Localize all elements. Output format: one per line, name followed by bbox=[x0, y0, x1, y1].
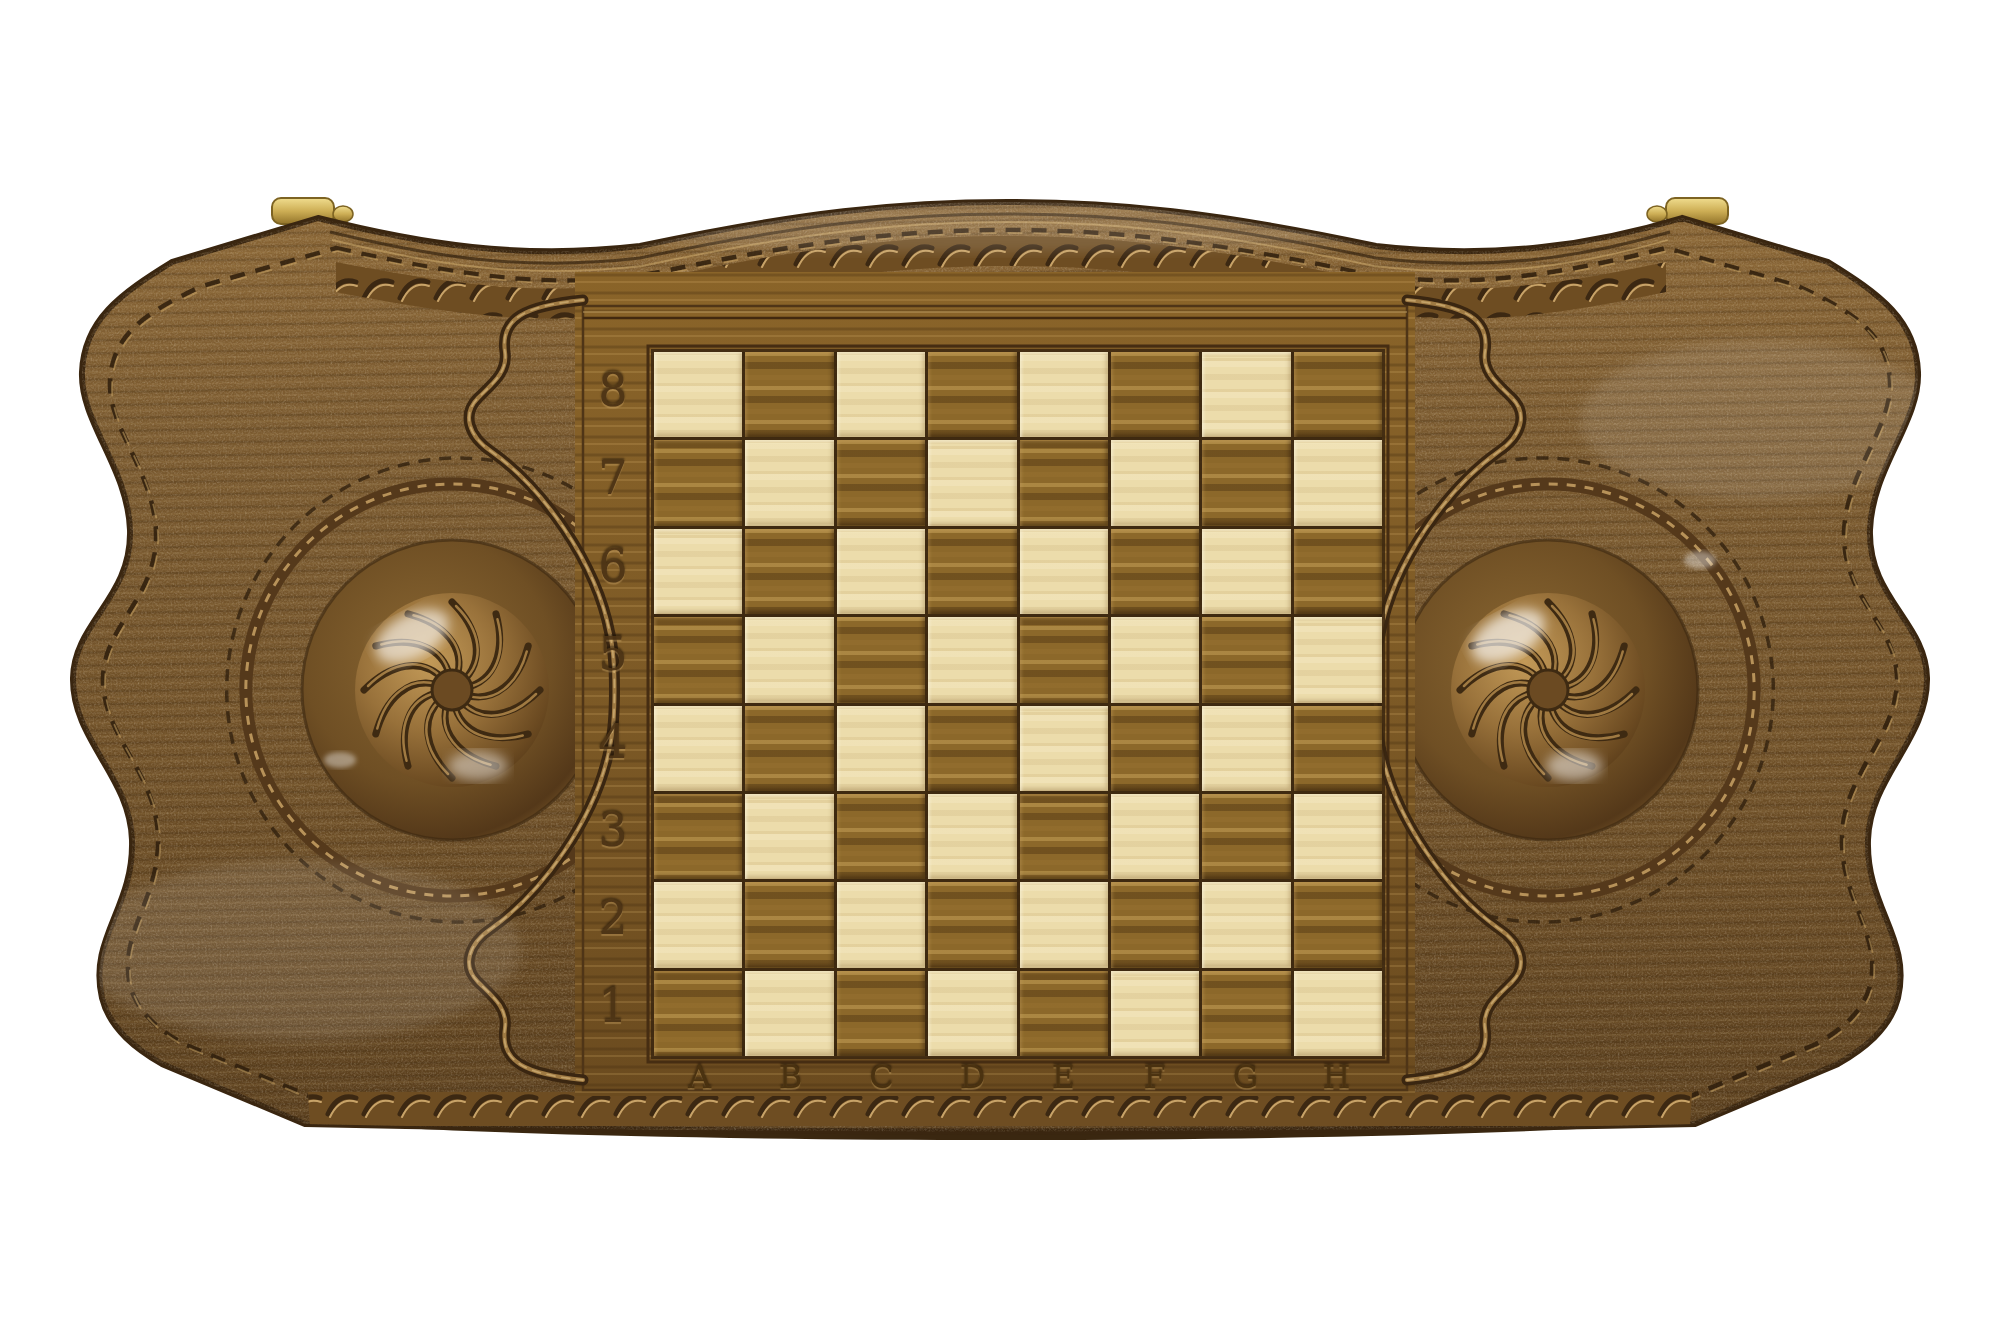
square-d4[interactable] bbox=[928, 706, 1016, 791]
square-e3[interactable] bbox=[1020, 794, 1108, 879]
square-c6[interactable] bbox=[837, 529, 925, 614]
file-label-a: A bbox=[654, 1056, 745, 1098]
square-b1[interactable] bbox=[745, 971, 833, 1056]
square-h1[interactable] bbox=[1294, 971, 1382, 1056]
square-d7[interactable] bbox=[928, 440, 1016, 525]
square-b3[interactable] bbox=[745, 794, 833, 879]
file-label-e: E bbox=[1018, 1056, 1109, 1098]
square-e5[interactable] bbox=[1020, 617, 1108, 702]
square-e1[interactable] bbox=[1020, 971, 1108, 1056]
square-d5[interactable] bbox=[928, 617, 1016, 702]
rank-label-4: 4 bbox=[575, 698, 651, 786]
square-b4[interactable] bbox=[745, 706, 833, 791]
square-a5[interactable] bbox=[654, 617, 742, 702]
square-g3[interactable] bbox=[1202, 794, 1290, 879]
square-b2[interactable] bbox=[745, 882, 833, 967]
square-a2[interactable] bbox=[654, 882, 742, 967]
square-a1[interactable] bbox=[654, 971, 742, 1056]
square-f6[interactable] bbox=[1111, 529, 1199, 614]
square-e7[interactable] bbox=[1020, 440, 1108, 525]
product-photo-stage: 87654321 ABCDEFGH bbox=[0, 0, 2000, 1333]
square-d2[interactable] bbox=[928, 882, 1016, 967]
square-g2[interactable] bbox=[1202, 882, 1290, 967]
square-h4[interactable] bbox=[1294, 706, 1382, 791]
rank-label-3: 3 bbox=[575, 786, 651, 874]
rank-labels-column: 87654321 bbox=[575, 352, 651, 1056]
square-g7[interactable] bbox=[1202, 440, 1290, 525]
square-e4[interactable] bbox=[1020, 706, 1108, 791]
rank-label-7: 7 bbox=[575, 434, 651, 522]
square-f2[interactable] bbox=[1111, 882, 1199, 967]
square-b7[interactable] bbox=[745, 440, 833, 525]
square-f1[interactable] bbox=[1111, 971, 1199, 1056]
square-d1[interactable] bbox=[928, 971, 1016, 1056]
square-e6[interactable] bbox=[1020, 529, 1108, 614]
square-a4[interactable] bbox=[654, 706, 742, 791]
square-c1[interactable] bbox=[837, 971, 925, 1056]
square-h6[interactable] bbox=[1294, 529, 1382, 614]
square-f7[interactable] bbox=[1111, 440, 1199, 525]
square-a3[interactable] bbox=[654, 794, 742, 879]
square-d6[interactable] bbox=[928, 529, 1016, 614]
rank-label-1: 1 bbox=[575, 962, 651, 1050]
file-label-f: F bbox=[1109, 1056, 1200, 1098]
file-label-h: H bbox=[1291, 1056, 1382, 1098]
square-f8[interactable] bbox=[1111, 352, 1199, 437]
square-c7[interactable] bbox=[837, 440, 925, 525]
square-f4[interactable] bbox=[1111, 706, 1199, 791]
square-f3[interactable] bbox=[1111, 794, 1199, 879]
square-e8[interactable] bbox=[1020, 352, 1108, 437]
square-f5[interactable] bbox=[1111, 617, 1199, 702]
square-g8[interactable] bbox=[1202, 352, 1290, 437]
file-label-b: B bbox=[745, 1056, 836, 1098]
square-b8[interactable] bbox=[745, 352, 833, 437]
square-a6[interactable] bbox=[654, 529, 742, 614]
square-a7[interactable] bbox=[654, 440, 742, 525]
rank-label-8: 8 bbox=[575, 346, 651, 434]
square-h2[interactable] bbox=[1294, 882, 1382, 967]
square-e2[interactable] bbox=[1020, 882, 1108, 967]
square-a8[interactable] bbox=[654, 352, 742, 437]
square-b6[interactable] bbox=[745, 529, 833, 614]
file-labels-row: ABCDEFGH bbox=[654, 1056, 1382, 1098]
square-c5[interactable] bbox=[837, 617, 925, 702]
square-h8[interactable] bbox=[1294, 352, 1382, 437]
square-c3[interactable] bbox=[837, 794, 925, 879]
square-g4[interactable] bbox=[1202, 706, 1290, 791]
square-g1[interactable] bbox=[1202, 971, 1290, 1056]
square-c2[interactable] bbox=[837, 882, 925, 967]
rank-label-6: 6 bbox=[575, 522, 651, 610]
square-g5[interactable] bbox=[1202, 617, 1290, 702]
file-label-c: C bbox=[836, 1056, 927, 1098]
square-b5[interactable] bbox=[745, 617, 833, 702]
square-h7[interactable] bbox=[1294, 440, 1382, 525]
file-label-g: G bbox=[1200, 1056, 1291, 1098]
chess-board bbox=[654, 352, 1382, 1056]
square-d3[interactable] bbox=[928, 794, 1016, 879]
square-g6[interactable] bbox=[1202, 529, 1290, 614]
rank-label-5: 5 bbox=[575, 610, 651, 698]
square-c4[interactable] bbox=[837, 706, 925, 791]
file-label-d: D bbox=[927, 1056, 1018, 1098]
square-c8[interactable] bbox=[837, 352, 925, 437]
rank-label-2: 2 bbox=[575, 874, 651, 962]
square-h3[interactable] bbox=[1294, 794, 1382, 879]
square-d8[interactable] bbox=[928, 352, 1016, 437]
square-h5[interactable] bbox=[1294, 617, 1382, 702]
